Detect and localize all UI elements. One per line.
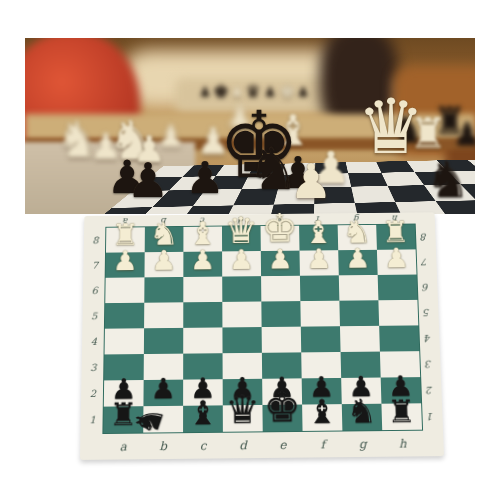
rank-label-left-1: 1 (83, 407, 101, 434)
white-p-piece-h7: ♟ (377, 245, 417, 272)
photo-black-n-20: ♞ (426, 155, 471, 205)
rank-label-left-4: 4 (85, 329, 103, 355)
photo-white-p-14: ♟ (289, 157, 332, 205)
rank-label-left-3: 3 (84, 354, 102, 380)
black-b-piece-c1: ♝ (183, 396, 223, 430)
white-k-piece-e8: ♚ (260, 209, 299, 248)
rank-label-left-7: 7 (86, 253, 104, 278)
black-b-piece-f1: ♝ (302, 394, 342, 428)
playing-area: ♜♞♝♛♚♝♞♜♟♟♟♟♟♟♟♟♟♟♟♟♟♟♟♟♜♞♝♛♚♝♞♜ (102, 224, 423, 434)
rank-labels-left: 87654321 (83, 228, 104, 434)
rank-label-left-8: 8 (87, 228, 105, 253)
rank-label-right-8: 8 (415, 224, 433, 249)
rank-label-left-2: 2 (84, 380, 102, 406)
black-r-piece-h1: ♜ (381, 396, 422, 428)
photo-black-p-9: ♟ (185, 156, 224, 200)
photo-black-p-22: ♟ (199, 85, 211, 98)
photo-black-p-8: ♟ (126, 156, 169, 204)
rank-label-left-5: 5 (85, 303, 103, 329)
black-n-piece-g1: ♞ (342, 394, 383, 428)
rank-label-right-7: 7 (416, 249, 434, 274)
black-k-piece-e1: ♚ (262, 387, 302, 428)
white-p-piece-a7: ♟ (106, 248, 145, 275)
rank-label-right-2: 2 (420, 377, 439, 403)
rank-label-right-3: 3 (419, 351, 438, 377)
file-label-bottom-h: h (382, 434, 423, 454)
cafe-photo: ♞♟♞♟♟♟♟♟♟♟♚♞♟♝♟♟♛♞♜♜♞♟♟♚♟♛♟♚♟ (25, 38, 475, 214)
rank-label-right-6: 6 (417, 274, 435, 300)
product-image: ♞♟♞♟♟♟♟♟♟♟♚♞♟♝♟♟♛♞♜♜♞♟♟♚♟♛♟♚♟ abcdefgh 8… (0, 0, 500, 500)
rank-label-right-1: 1 (421, 403, 440, 430)
black-q-piece-d1: ♛ (223, 390, 263, 428)
black-p-piece-b2: ♟ (143, 375, 183, 404)
photo-white-q-16: ♛ (357, 89, 425, 165)
white-p-piece-e7: ♟ (261, 246, 300, 273)
file-label-bottom-d: d (223, 435, 263, 455)
white-p-piece-b7: ♟ (145, 247, 184, 274)
photo-black-p-21: ♟ (453, 118, 475, 150)
board-pieces-layer: ♜♞♝♛♚♝♞♜♟♟♟♟♟♟♟♟♟♟♟♟♟♟♟♟♜♞♝♛♚♝♞♜ (103, 224, 422, 433)
white-p-piece-c7: ♟ (183, 247, 222, 274)
white-p-piece-f7: ♟ (299, 246, 338, 273)
file-label-bottom-c: c (183, 436, 223, 456)
white-p-piece-g7: ♟ (338, 245, 377, 272)
file-label-bottom-f: f (303, 434, 343, 454)
rank-label-left-6: 6 (86, 278, 104, 304)
rollup-chessboard: abcdefgh 87654321 87654321 abcdefgh ♜♞♝♛… (80, 212, 444, 460)
file-label-bottom-g: g (342, 434, 382, 454)
file-label-bottom-a: a (103, 437, 143, 457)
rank-label-right-5: 5 (417, 300, 436, 326)
rank-label-right-4: 4 (418, 325, 437, 351)
white-p-piece-d7: ♟ (222, 246, 261, 273)
file-label-bottom-e: e (263, 435, 303, 455)
